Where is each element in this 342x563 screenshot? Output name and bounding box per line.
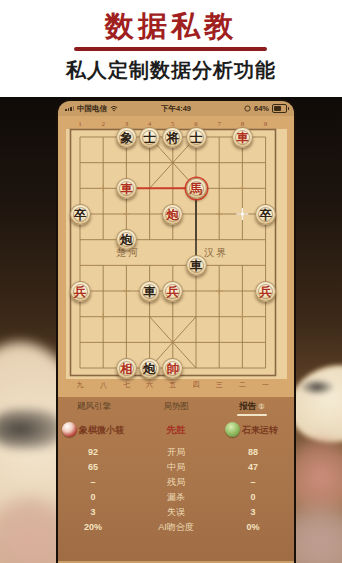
piece-red-c6r2[interactable]: 馬 — [186, 178, 207, 199]
tab-report[interactable]: 报告① — [234, 400, 270, 413]
xiangqi-board[interactable]: 楚河 汉界 123456789 九八七六五四三二一 象士将士車車馬卒炮卒炮車兵車… — [58, 116, 294, 397]
stat-right-value: 3 — [239, 505, 267, 520]
piece-red-c1r6[interactable]: 兵 — [70, 281, 91, 302]
stat-left-value: 3 — [79, 505, 107, 520]
piece-black-c6r5[interactable]: 車 — [186, 255, 207, 276]
stat-right-value: 47 — [239, 460, 267, 475]
title-underline — [74, 47, 267, 51]
piece-black-c4r9[interactable]: 炮 — [139, 358, 160, 379]
stat-left-value: 0 — [79, 490, 107, 505]
piece-black-c1r3[interactable]: 卒 — [70, 204, 91, 225]
stat-row-中局: 中局6547 — [58, 460, 294, 475]
clock: 下午4:49 — [58, 101, 294, 116]
piece-red-c5r6[interactable]: 兵 — [162, 281, 183, 302]
piece-black-c3r0[interactable]: 象 — [116, 127, 137, 148]
stat-right-value: – — [239, 475, 267, 490]
stat-row-失误: 失误33 — [58, 505, 294, 520]
stat-left-value: – — [79, 475, 107, 490]
piece-black-c6r0[interactable]: 士 — [186, 127, 207, 148]
right-player-name: 石来运转 — [242, 424, 278, 437]
stat-left-value: 92 — [79, 445, 107, 460]
stat-left-value: 65 — [79, 460, 107, 475]
stat-row-开局: 开局9288 — [58, 445, 294, 460]
phone-frame: 中国电信 下午4:49 64% — [56, 99, 296, 563]
piece-red-c9r6[interactable]: 兵 — [255, 281, 276, 302]
info-icon[interactable]: ① — [258, 403, 264, 410]
stat-row-漏杀: 漏杀00 — [58, 490, 294, 505]
pieces-layer: 象士将士車車馬卒炮卒炮車兵車兵兵相炮帥 — [58, 116, 294, 397]
blurred-calligraphy-left — [0, 409, 62, 449]
status-bar: 中国电信 下午4:49 64% — [58, 101, 294, 116]
piece-red-c5r3[interactable]: 炮 — [162, 204, 183, 225]
piece-black-c9r3[interactable]: 卒 — [255, 204, 276, 225]
stat-right-value: 88 — [239, 445, 267, 460]
piece-black-c4r6[interactable]: 車 — [139, 281, 160, 302]
players-row: 象棋微小筱 先胜 石来运转 — [58, 421, 294, 439]
avatar-right-player — [225, 422, 240, 437]
page-title: 数据私教 — [0, 7, 342, 47]
page-subtitle: 私人定制数据分析功能 — [0, 57, 342, 84]
piece-red-c3r9[interactable]: 相 — [116, 358, 137, 379]
piece-red-c8r0[interactable]: 車 — [232, 127, 253, 148]
battery-icon — [272, 104, 287, 113]
piece-red-c5r9[interactable]: 帥 — [162, 358, 183, 379]
stat-row-残局: 残局–– — [58, 475, 294, 490]
piece-black-c4r0[interactable]: 士 — [139, 127, 160, 148]
screenshot-stage: 数据私教 私人定制数据分析功能 中国电信 下午4 — [0, 0, 342, 563]
stat-right-value: 0 — [239, 490, 267, 505]
tab-engine[interactable]: 飓风引擎 — [68, 400, 120, 413]
stat-left-value: 20% — [79, 520, 107, 535]
active-tab-underline — [237, 414, 267, 416]
stat-right-value: 0% — [239, 520, 267, 535]
tab-situation-chart[interactable]: 局势图 — [153, 400, 199, 413]
piece-black-c3r4[interactable]: 炮 — [116, 229, 137, 250]
stat-row-AI吻合度: AI吻合度20%0% — [58, 520, 294, 535]
piece-black-c5r0[interactable]: 将 — [162, 127, 183, 148]
blurred-calligraphy-right — [300, 379, 334, 395]
analysis-panel: 飓风引擎 局势图 报告① 象棋微小筱 先胜 石来运转 开局9288中局6547残… — [58, 397, 294, 561]
piece-red-c3r2[interactable]: 車 — [116, 178, 137, 199]
